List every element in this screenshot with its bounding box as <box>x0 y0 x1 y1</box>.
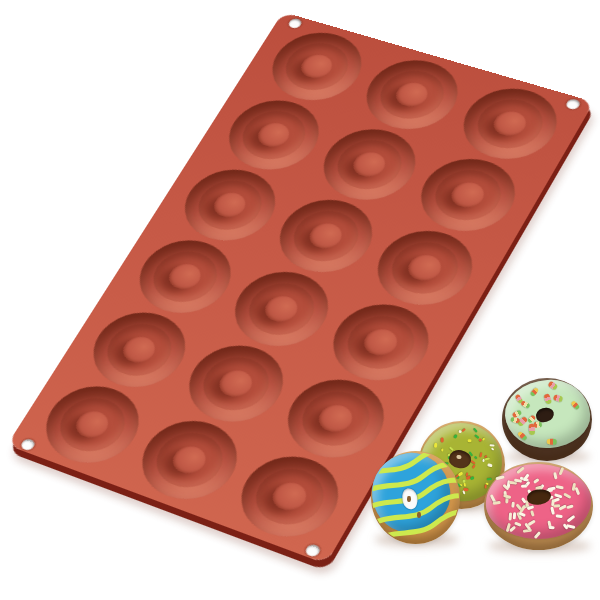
mold-cavity <box>169 159 291 251</box>
cavity-center-post <box>359 325 402 359</box>
sprinkle <box>548 486 556 490</box>
mold-cavity <box>29 375 154 475</box>
cavity-center-post <box>214 366 257 400</box>
sprinkle <box>479 452 482 458</box>
cavity-center-post <box>488 108 530 139</box>
cavity-center-post <box>403 251 446 284</box>
mold-cavity <box>448 79 571 170</box>
sprinkle <box>559 467 564 475</box>
sprinkle <box>575 487 580 496</box>
sprinkle <box>464 488 469 491</box>
sprinkle <box>546 438 557 445</box>
sprinkle <box>566 504 574 509</box>
mold-cavity <box>213 91 333 180</box>
mold-cavity <box>123 230 246 324</box>
mold-cavity <box>351 51 472 140</box>
mold-corner-hole <box>19 437 36 451</box>
sprinkle <box>512 410 522 418</box>
sprinkle <box>503 494 511 499</box>
sprinkle <box>493 500 501 504</box>
sprinkle <box>529 386 539 396</box>
mold-cavity <box>125 409 252 511</box>
mold-cavity <box>224 444 354 549</box>
cavity-center-post <box>164 260 206 292</box>
sprinkle <box>484 457 489 460</box>
mold-cavity <box>405 149 530 242</box>
cavity-center-post <box>267 478 311 514</box>
sprinkle <box>471 463 475 468</box>
mold-corner-hole <box>287 17 303 29</box>
sprinkle <box>529 423 535 434</box>
mold-cavity <box>264 189 388 283</box>
cavity-center-post <box>209 189 251 220</box>
sprinkle <box>473 455 477 459</box>
cavity-center-post <box>253 119 294 149</box>
sprinkle <box>515 522 522 527</box>
sprinkle <box>510 417 520 424</box>
sprinkle <box>434 442 437 447</box>
sprinkle <box>543 393 552 404</box>
sprinkle <box>554 472 559 480</box>
donut-mint-chocolate <box>502 378 592 461</box>
hole-crumb-speck <box>407 496 411 502</box>
cavity-center-post <box>260 292 303 325</box>
mold-cavity <box>77 301 201 398</box>
mold-corner-hole <box>303 542 321 557</box>
sprinkle <box>534 530 542 538</box>
sprinkle <box>517 431 528 441</box>
sprinkle <box>528 519 536 525</box>
sprinkle <box>533 477 540 483</box>
mold-cavity <box>361 220 487 316</box>
sprinkle <box>489 443 494 446</box>
cavity-center-post <box>391 79 432 109</box>
sprinkle <box>491 447 495 451</box>
sprinkle <box>530 510 535 517</box>
sprinkle <box>547 380 558 390</box>
sprinkle <box>453 434 457 439</box>
mold-cavity <box>219 261 344 358</box>
mold-corner-hole <box>564 97 581 110</box>
sprinkle <box>528 505 535 510</box>
sprinkle <box>472 427 477 433</box>
product-photo-scene <box>0 0 600 600</box>
sprinkle <box>521 484 527 487</box>
donut-pink-sprinkles <box>484 462 593 550</box>
cavity-center-post <box>167 442 211 477</box>
sprinkle <box>467 439 471 442</box>
sprinkle <box>552 393 562 401</box>
sprinkle <box>549 525 555 529</box>
sprinkle <box>482 437 486 441</box>
cavity-center-post <box>296 51 337 81</box>
cavity-center-post <box>118 333 160 366</box>
cavity-center-post <box>70 407 113 441</box>
sprinkle <box>520 400 530 409</box>
sprinkle <box>509 525 516 532</box>
sprinkle <box>567 514 576 521</box>
donut-blue-drizzle <box>371 451 460 544</box>
mold-cavity <box>308 119 430 210</box>
sprinkle <box>508 512 512 521</box>
mold-cavity <box>257 23 376 110</box>
sprinkle <box>440 437 443 442</box>
cavity-center-post <box>313 401 357 436</box>
sprinkle <box>470 477 474 481</box>
mold-cavity <box>317 293 444 392</box>
cavity-center-post <box>446 179 489 211</box>
sprinkle <box>570 399 579 409</box>
cavity-center-post <box>304 220 346 252</box>
sprinkle <box>563 492 571 498</box>
cavity-center-post <box>348 149 390 180</box>
sprinkle <box>474 433 479 438</box>
sprinkle <box>516 466 525 474</box>
sprinkle <box>556 484 565 488</box>
sprinkle <box>556 514 564 518</box>
sprinkle <box>458 429 462 433</box>
mold-cavity <box>172 334 298 433</box>
